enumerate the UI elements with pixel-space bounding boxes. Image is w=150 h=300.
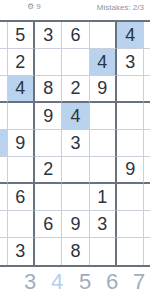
cell-r3c5[interactable]: 2: [62, 76, 89, 103]
cell-r3c4[interactable]: 8: [35, 76, 62, 103]
cell-r7c8[interactable]: [144, 184, 150, 211]
cell-r9c8[interactable]: [144, 238, 150, 265]
cell-r5c8[interactable]: [144, 130, 150, 157]
cell-r1c8[interactable]: [144, 22, 150, 49]
cell-r5c3[interactable]: 9: [8, 130, 35, 157]
cell-r6c6[interactable]: [90, 157, 117, 184]
cell-r7c6[interactable]: 1: [90, 184, 117, 211]
cell-r3c6[interactable]: 9: [90, 76, 117, 103]
cell-r9c2[interactable]: [0, 238, 8, 265]
cell-r7c5[interactable]: [62, 184, 89, 211]
cell-r8c8[interactable]: [144, 211, 150, 238]
cell-r6c5[interactable]: [62, 157, 89, 184]
cell-r4c7[interactable]: [117, 103, 144, 130]
cell-r3c2[interactable]: [0, 76, 8, 103]
cell-r1c6[interactable]: [90, 22, 117, 49]
cell-r6c8[interactable]: [144, 157, 150, 184]
cell-r4c6[interactable]: [90, 103, 117, 130]
cell-r9c3[interactable]: 3: [8, 238, 35, 265]
cell-r6c7[interactable]: 9: [117, 157, 144, 184]
cell-r6c2[interactable]: [0, 157, 8, 184]
cell-r7c7[interactable]: [117, 184, 144, 211]
cell-r7c4[interactable]: [35, 184, 62, 211]
cell-r5c7[interactable]: [117, 130, 144, 157]
cell-r9c4[interactable]: [35, 238, 62, 265]
cell-r2c5[interactable]: [62, 49, 89, 76]
cell-r4c8[interactable]: [144, 103, 150, 130]
cell-r9c7[interactable]: [117, 238, 144, 265]
cell-r4c2[interactable]: [0, 103, 8, 130]
cell-r8c5[interactable]: 9: [62, 211, 89, 238]
cell-r1c5[interactable]: 6: [62, 22, 89, 49]
cell-r9c5[interactable]: 8: [62, 238, 89, 265]
cell-r1c7[interactable]: 4: [117, 22, 144, 49]
cell-r7c2[interactable]: [0, 184, 8, 211]
cell-r2c7[interactable]: 3: [117, 49, 144, 76]
pad-key-3[interactable]: 3: [16, 267, 44, 297]
cell-r5c2[interactable]: [0, 130, 8, 157]
hint-counter[interactable]: ⚙ 9: [27, 2, 41, 12]
pad-key-5[interactable]: 5: [71, 267, 99, 297]
header-bar: ⚙ 9 Mistakes: 2/3: [0, 0, 150, 20]
cell-r4c5[interactable]: 4: [62, 103, 89, 130]
cell-r3c7[interactable]: [117, 76, 144, 103]
pad-key-7[interactable]: 7: [125, 267, 150, 297]
cell-r4c3[interactable]: [8, 103, 35, 130]
cell-r5c4[interactable]: [35, 130, 62, 157]
hint-count-label: 9: [36, 2, 40, 12]
cell-r6c4[interactable]: 2: [35, 157, 62, 184]
sudoku-board: 536424348299493296169338: [0, 20, 150, 267]
cell-r8c3[interactable]: [8, 211, 35, 238]
cell-r2c4[interactable]: [35, 49, 62, 76]
cell-r1c2[interactable]: [0, 22, 8, 49]
cell-r4c4[interactable]: 9: [35, 103, 62, 130]
cell-r8c6[interactable]: 3: [90, 211, 117, 238]
cell-r2c6[interactable]: 4: [90, 49, 117, 76]
cell-r5c6[interactable]: [90, 130, 117, 157]
cell-r1c3[interactable]: 5: [8, 22, 35, 49]
cell-r2c8[interactable]: [144, 49, 150, 76]
cell-r1c4[interactable]: 3: [35, 22, 62, 49]
cell-r9c6[interactable]: [90, 238, 117, 265]
number-pad: 34567: [0, 267, 150, 297]
cell-r2c3[interactable]: 2: [8, 49, 35, 76]
pad-key-6[interactable]: 6: [98, 267, 126, 297]
cell-r2c2[interactable]: [0, 49, 8, 76]
cell-r8c2[interactable]: [0, 211, 8, 238]
cell-r7c3[interactable]: 6: [8, 184, 35, 211]
sudoku-app-screen: ⚙ 9 Mistakes: 2/3 5364243482994932961693…: [0, 0, 150, 300]
cell-r3c3[interactable]: 4: [8, 76, 35, 103]
cell-r3c8[interactable]: [144, 76, 150, 103]
cell-r8c7[interactable]: [117, 211, 144, 238]
cell-r8c4[interactable]: 6: [35, 211, 62, 238]
gear-icon[interactable]: ⚙: [27, 2, 34, 12]
pad-key-4[interactable]: 4: [43, 267, 71, 297]
cell-r6c3[interactable]: [8, 157, 35, 184]
cell-r5c5[interactable]: 3: [62, 130, 89, 157]
mistakes-counter: Mistakes: 2/3: [97, 3, 144, 13]
